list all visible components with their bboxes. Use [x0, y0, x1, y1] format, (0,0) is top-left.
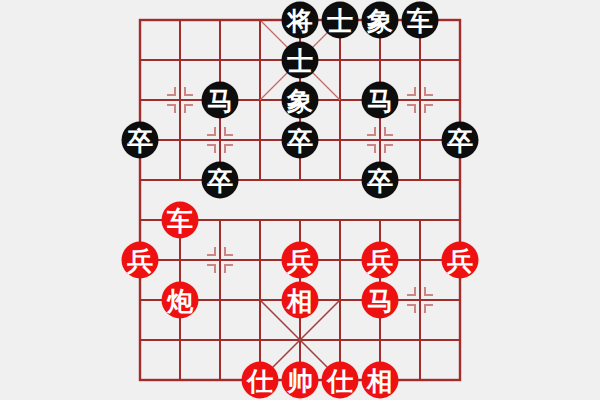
- xiangqi-board[interactable]: 将士象车士马象马卒卒卒卒卒车兵兵兵兵炮相马仕帅仕相: [0, 0, 600, 400]
- black-chariot[interactable]: 车: [402, 2, 439, 39]
- red-advisor[interactable]: 仕: [242, 362, 279, 399]
- black-elephant[interactable]: 象: [362, 2, 399, 39]
- red-elephant[interactable]: 相: [282, 282, 319, 319]
- red-pawn[interactable]: 兵: [362, 242, 399, 279]
- black-pawn[interactable]: 卒: [442, 122, 479, 159]
- red-pawn[interactable]: 兵: [122, 242, 159, 279]
- black-horse[interactable]: 马: [202, 82, 239, 119]
- red-advisor[interactable]: 仕: [322, 362, 359, 399]
- red-pawn[interactable]: 兵: [282, 242, 319, 279]
- red-pawn[interactable]: 兵: [442, 242, 479, 279]
- black-pawn[interactable]: 卒: [202, 162, 239, 199]
- red-horse[interactable]: 马: [362, 282, 399, 319]
- black-advisor[interactable]: 士: [322, 2, 359, 39]
- black-pawn[interactable]: 卒: [282, 122, 319, 159]
- red-elephant[interactable]: 相: [362, 362, 399, 399]
- black-pawn[interactable]: 卒: [122, 122, 159, 159]
- black-horse[interactable]: 马: [362, 82, 399, 119]
- black-general[interactable]: 将: [282, 2, 319, 39]
- piece-layer: 将士象车士马象马卒卒卒卒卒车兵兵兵兵炮相马仕帅仕相: [0, 0, 600, 400]
- black-pawn[interactable]: 卒: [362, 162, 399, 199]
- red-chariot[interactable]: 车: [162, 202, 199, 239]
- red-general[interactable]: 帅: [282, 362, 319, 399]
- red-cannon[interactable]: 炮: [162, 282, 199, 319]
- black-advisor[interactable]: 士: [282, 42, 319, 79]
- black-elephant[interactable]: 象: [282, 82, 319, 119]
